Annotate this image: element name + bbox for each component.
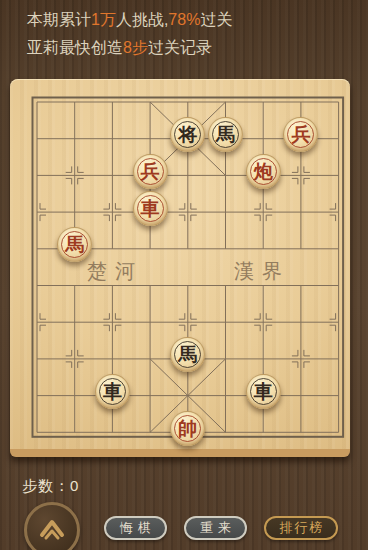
double-chevron-up-icon: [33, 511, 71, 549]
step-counter-label: 步数：: [22, 477, 70, 494]
piece-character: 炮: [254, 154, 273, 189]
undo-button[interactable]: 悔棋: [104, 516, 167, 540]
river-label-right: 漢界: [234, 259, 290, 283]
red-cannon-piece[interactable]: 炮: [246, 154, 281, 189]
xiangqi-board[interactable]: 楚河漢界 将馬兵兵炮車馬馬車車帥: [10, 79, 350, 457]
piece-character: 車: [103, 374, 122, 409]
piece-character: 兵: [291, 117, 310, 152]
leaderboard-button[interactable]: 排行榜: [264, 516, 338, 540]
banner-line-1: 本期累计1万人挑战,78%过关: [27, 6, 357, 34]
expand-button[interactable]: [24, 502, 80, 550]
black-chariot-piece[interactable]: 車: [246, 374, 281, 409]
river-label-left: 楚河: [87, 259, 143, 283]
banner-text-segment: 78%: [168, 11, 200, 28]
banner-text-segment: 1万: [91, 11, 116, 28]
banner-text-segment: 亚莉最快创造: [27, 39, 123, 56]
banner-text-segment: 过关: [200, 11, 232, 28]
banner-text-segment: 过关记录: [148, 39, 212, 56]
step-counter-value: 0: [70, 477, 79, 494]
step-counter: 步数：0: [22, 477, 79, 496]
app-screen: 本期累计1万人挑战,78%过关 亚莉最快创造8步过关记录 楚河漢界 将馬兵兵炮車…: [0, 0, 368, 550]
banner-text-segment: 8步: [123, 39, 148, 56]
piece-character: 将: [178, 117, 197, 152]
piece-character: 兵: [141, 154, 160, 189]
banner-line-2: 亚莉最快创造8步过关记录: [27, 34, 357, 62]
black-horse-piece[interactable]: 馬: [208, 117, 243, 152]
red-general-piece[interactable]: 帥: [170, 411, 205, 446]
banner-text-segment: 人挑战,: [116, 11, 168, 28]
piece-character: 馬: [216, 117, 235, 152]
banner-text-segment: 本期累计: [27, 11, 91, 28]
challenge-banner: 本期累计1万人挑战,78%过关 亚莉最快创造8步过关记录: [27, 6, 357, 62]
piece-character: 車: [254, 374, 273, 409]
restart-button[interactable]: 重来: [184, 516, 247, 540]
black-chariot-piece[interactable]: 車: [95, 374, 130, 409]
red-chariot-piece[interactable]: 車: [133, 191, 168, 226]
piece-character: 帥: [178, 411, 197, 446]
piece-character: 馬: [65, 227, 84, 262]
red-soldier-piece[interactable]: 兵: [133, 154, 168, 189]
piece-character: 馬: [178, 337, 197, 372]
piece-character: 車: [141, 191, 160, 226]
